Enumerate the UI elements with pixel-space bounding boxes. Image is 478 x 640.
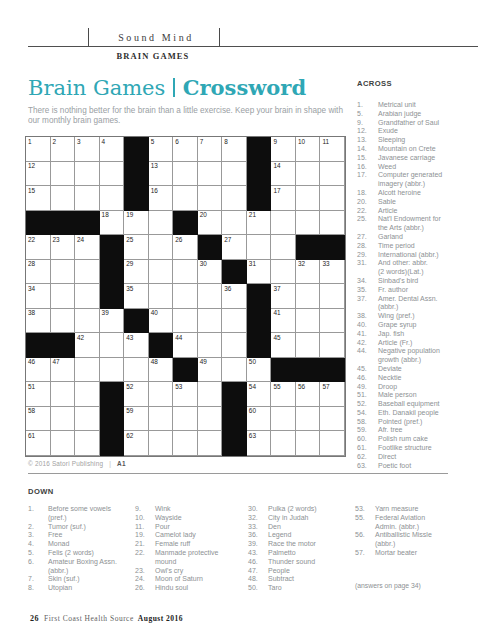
white-cell[interactable]: 34 <box>26 284 51 309</box>
white-cell[interactable]: 30 <box>198 260 223 285</box>
clue-item: 59.Afr. tree <box>357 426 454 435</box>
cell-number: 47 <box>53 359 60 365</box>
white-cell[interactable] <box>222 211 247 236</box>
white-cell[interactable] <box>51 431 76 456</box>
clue-item: 34.Sinbad's bird <box>357 277 454 286</box>
clue-number: 58. <box>357 418 378 427</box>
white-cell[interactable]: 33 <box>320 260 345 285</box>
white-cell[interactable] <box>149 235 174 260</box>
white-cell[interactable] <box>173 284 198 309</box>
white-cell[interactable] <box>149 431 174 456</box>
white-cell[interactable] <box>296 284 321 309</box>
white-cell[interactable]: 31 <box>247 260 272 285</box>
white-cell[interactable] <box>198 186 223 211</box>
across-heading: ACROSS <box>357 79 454 88</box>
clue-item: 39.Race the motor <box>248 540 355 549</box>
clue-number: 1. <box>28 505 48 523</box>
white-cell[interactable]: 45 <box>271 333 296 358</box>
white-cell[interactable] <box>100 358 125 383</box>
white-cell[interactable] <box>198 284 223 309</box>
cell-number: 22 <box>28 237 35 243</box>
white-cell[interactable] <box>198 333 223 358</box>
white-cell[interactable] <box>296 162 321 187</box>
white-cell[interactable]: 27 <box>222 235 247 260</box>
clue-text: Tumor (suf.) <box>48 523 135 532</box>
across-clue-list: 1.Metrical unit5.Arabian judge9.Grandfat… <box>357 101 454 470</box>
white-cell[interactable]: 4 <box>100 137 125 162</box>
white-cell[interactable]: 1 <box>26 137 51 162</box>
cell-number: 45 <box>273 335 280 341</box>
clue-item: 33.Den <box>248 523 355 532</box>
clue-item: 5.Arabian judge <box>357 110 454 119</box>
white-cell[interactable] <box>173 260 198 285</box>
white-cell[interactable] <box>149 284 174 309</box>
clue-item: 40.Grape syrup <box>357 321 454 330</box>
clue-number: 1. <box>357 101 378 110</box>
clue-item: 1.Metrical unit <box>357 101 454 110</box>
white-cell[interactable] <box>51 186 76 211</box>
clue-text: Taro <box>268 584 355 593</box>
white-cell[interactable] <box>198 382 223 407</box>
cell-number: 55 <box>273 384 280 390</box>
white-cell[interactable]: 15 <box>26 186 51 211</box>
clue-text: Metrical unit <box>378 101 454 110</box>
clue-number: 44. <box>357 347 378 365</box>
clue-text: Footlike structure <box>378 444 454 453</box>
black-cell <box>222 407 247 432</box>
clue-number: 56. <box>355 531 375 549</box>
white-cell[interactable]: 22 <box>26 235 51 260</box>
cell-number: 61 <box>28 433 35 439</box>
white-cell[interactable] <box>222 358 247 383</box>
clue-text: City in Judah <box>268 514 355 523</box>
white-cell[interactable]: 36 <box>222 284 247 309</box>
clue-item: 2.Tumor (suf.) <box>28 523 135 532</box>
white-cell[interactable] <box>75 407 100 432</box>
clue-item: 61.Footlike structure <box>357 444 454 453</box>
white-cell[interactable] <box>271 407 296 432</box>
white-cell[interactable]: 12 <box>26 162 51 187</box>
copyright-separator: | <box>109 460 111 467</box>
white-cell[interactable]: 57 <box>320 382 345 407</box>
white-cell[interactable]: 44 <box>173 333 198 358</box>
white-cell[interactable] <box>320 284 345 309</box>
white-cell[interactable] <box>320 333 345 358</box>
white-cell[interactable] <box>320 431 345 456</box>
clue-number: 61. <box>357 444 378 453</box>
clue-number: 4. <box>28 540 48 549</box>
white-cell[interactable] <box>173 407 198 432</box>
white-cell[interactable] <box>198 407 223 432</box>
section-title: Sound Mind <box>114 32 194 43</box>
white-cell[interactable]: 24 <box>75 235 100 260</box>
clue-number: 23. <box>135 567 155 576</box>
clue-text: Computer generated imagery (abbr.) <box>378 171 454 189</box>
white-cell[interactable] <box>173 186 198 211</box>
clue-text: Wink <box>155 505 248 514</box>
white-cell[interactable]: 11 <box>320 137 345 162</box>
cell-number: 53 <box>175 384 182 390</box>
white-cell[interactable] <box>75 382 100 407</box>
white-cell[interactable] <box>100 162 125 187</box>
cell-number: 49 <box>200 359 207 365</box>
clue-number: 45. <box>357 365 378 374</box>
white-cell[interactable]: 35 <box>124 284 149 309</box>
cell-number: 41 <box>273 310 280 316</box>
clue-item: 35.Fr. author <box>357 286 454 295</box>
white-cell[interactable] <box>75 260 100 285</box>
cell-number: 16 <box>151 188 158 194</box>
clue-number: 3. <box>28 531 48 540</box>
cell-number: 1 <box>28 139 32 145</box>
clue-item: 56.Antiballistic Missle (abbr.) <box>355 531 456 549</box>
white-cell[interactable]: 61 <box>26 431 51 456</box>
white-cell[interactable] <box>296 186 321 211</box>
clue-item: 43.Palmetto <box>248 549 355 558</box>
white-cell[interactable] <box>51 407 76 432</box>
clue-number: 49. <box>357 383 378 392</box>
clue-number: 46. <box>357 374 378 383</box>
clue-number: 8. <box>28 584 48 593</box>
white-cell[interactable]: 59 <box>124 407 149 432</box>
clue-number: 9. <box>135 505 155 514</box>
white-cell[interactable]: 40 <box>149 309 174 334</box>
black-cell <box>100 382 125 407</box>
white-cell[interactable] <box>222 333 247 358</box>
clue-text: Utopian <box>48 584 135 593</box>
black-cell <box>247 186 272 211</box>
clue-text: Hindu soul <box>155 584 248 593</box>
white-cell[interactable] <box>51 382 76 407</box>
masthead-horizontal-rule <box>28 46 478 47</box>
white-cell[interactable]: 9 <box>271 137 296 162</box>
white-cell[interactable] <box>149 382 174 407</box>
white-cell[interactable] <box>75 431 100 456</box>
white-cell[interactable]: 54 <box>247 382 272 407</box>
white-cell[interactable] <box>51 284 76 309</box>
crossword-grid[interactable]: 1234567891011121314151617181920212223242… <box>25 136 346 457</box>
clue-text: Poetic foot <box>378 462 454 471</box>
clue-text: Mountain on Crete <box>378 145 454 154</box>
white-cell[interactable] <box>296 333 321 358</box>
white-cell[interactable]: 63 <box>247 431 272 456</box>
white-cell[interactable] <box>271 260 296 285</box>
copyright-text: © 2016 Satori Publishing <box>28 460 103 467</box>
clue-number: 46. <box>248 558 268 567</box>
white-cell[interactable]: 19 <box>124 211 149 236</box>
white-cell[interactable]: 3 <box>75 137 100 162</box>
magazine-page: Sound Mind BRAIN GAMES Brain Games Cross… <box>0 0 478 640</box>
clue-item: 25.Nat'l Endowment for the Arts (abbr.) <box>357 215 454 233</box>
white-cell[interactable]: 46 <box>26 358 51 383</box>
clue-text: Baseball equipment <box>378 400 454 409</box>
white-cell[interactable]: 42 <box>75 333 100 358</box>
white-cell[interactable] <box>173 431 198 456</box>
clue-number: 31. <box>357 259 378 277</box>
clue-item: 46.Necktie <box>357 374 454 383</box>
white-cell[interactable] <box>296 211 321 236</box>
white-cell[interactable] <box>75 309 100 334</box>
black-cell <box>247 137 272 162</box>
clue-item: 49.Droop <box>357 383 454 392</box>
white-cell[interactable]: 51 <box>26 382 51 407</box>
white-cell[interactable]: 43 <box>124 333 149 358</box>
clue-item: 53.Yarn measure <box>355 505 456 514</box>
white-cell[interactable] <box>75 358 100 383</box>
clue-number: 26. <box>135 584 155 593</box>
clue-item: 14.Mountain on Crete <box>357 145 454 154</box>
white-cell[interactable] <box>296 309 321 334</box>
white-cell[interactable] <box>75 162 100 187</box>
clue-number: 15. <box>357 154 378 163</box>
white-cell[interactable] <box>124 358 149 383</box>
clue-item: 58.Pointed (pref.) <box>357 418 454 427</box>
cell-number: 51 <box>28 384 35 390</box>
cell-number: 14 <box>273 163 280 169</box>
white-cell[interactable]: 2 <box>51 137 76 162</box>
white-cell[interactable]: 38 <box>26 309 51 334</box>
clue-text: Before some vowels (pref.) <box>48 505 135 523</box>
clue-item: 20.Sable <box>357 198 454 207</box>
white-cell[interactable]: 50 <box>247 358 272 383</box>
white-cell[interactable]: 23 <box>51 235 76 260</box>
black-cell <box>100 235 125 260</box>
black-cell <box>320 358 345 383</box>
white-cell[interactable] <box>198 162 223 187</box>
white-cell[interactable] <box>222 162 247 187</box>
clue-item: 12.Exude <box>357 127 454 136</box>
clue-number: 20. <box>357 198 378 207</box>
cell-number: 59 <box>126 408 133 414</box>
cell-number: 2 <box>53 139 57 145</box>
clue-number: 5. <box>357 110 378 119</box>
cell-number: 52 <box>126 384 133 390</box>
cell-number: 7 <box>200 139 204 145</box>
white-cell[interactable] <box>51 309 76 334</box>
white-cell[interactable] <box>51 260 76 285</box>
cell-number: 19 <box>126 212 133 218</box>
cell-number: 11 <box>322 139 329 145</box>
white-cell[interactable] <box>149 211 174 236</box>
white-cell[interactable]: 62 <box>124 431 149 456</box>
white-cell[interactable]: 7 <box>198 137 223 162</box>
clue-item: 27.Garland <box>357 233 454 242</box>
cell-number: 50 <box>249 359 256 365</box>
clue-text: Male person <box>378 391 454 400</box>
clue-item: 51.Male person <box>357 391 454 400</box>
clue-item: 46.Thunder sound <box>248 558 355 567</box>
clue-number: 32. <box>248 514 268 523</box>
down-clue-column: 1.Before some vowels (pref.)2.Tumor (suf… <box>28 505 135 593</box>
white-cell[interactable] <box>222 186 247 211</box>
white-cell[interactable]: 29 <box>124 260 149 285</box>
white-cell[interactable] <box>222 309 247 334</box>
cell-number: 12 <box>28 163 35 169</box>
white-cell[interactable]: 17 <box>271 186 296 211</box>
clue-item: 17.Computer generated imagery (abbr.) <box>357 171 454 189</box>
cell-number: 33 <box>322 261 329 267</box>
clue-text: Female ruff <box>155 540 248 549</box>
clue-item: 62.Direct <box>357 453 454 462</box>
clue-item: 28.Time period <box>357 242 454 251</box>
clue-item: 36.Legend <box>248 531 355 540</box>
clue-item: 13.Sleeping <box>357 136 454 145</box>
white-cell[interactable] <box>271 235 296 260</box>
white-cell[interactable]: 5 <box>149 137 174 162</box>
white-cell[interactable] <box>149 407 174 432</box>
black-cell <box>51 333 76 358</box>
cell-number: 36 <box>224 286 231 292</box>
puzzle-id: A1 <box>117 460 126 467</box>
black-cell <box>296 235 321 260</box>
white-cell[interactable]: 55 <box>271 382 296 407</box>
white-cell[interactable]: 58 <box>26 407 51 432</box>
clue-text: Negative population growth (abbr.) <box>378 347 454 365</box>
white-cell[interactable] <box>198 431 223 456</box>
white-cell[interactable]: 13 <box>149 162 174 187</box>
white-cell[interactable]: 37 <box>271 284 296 309</box>
clue-text: Sinbad's bird <box>378 277 454 286</box>
white-cell[interactable] <box>198 309 223 334</box>
clue-item: 47.People <box>248 567 355 576</box>
clue-number: 30. <box>248 505 268 514</box>
section-subtitle: BRAIN GAMES <box>78 51 228 61</box>
clue-number: 7. <box>28 575 48 584</box>
clue-number: 60. <box>357 435 378 444</box>
cell-number: 48 <box>151 359 158 365</box>
white-cell[interactable]: 52 <box>124 382 149 407</box>
clue-text: Nat'l Endowment for the Arts (abbr.) <box>378 215 454 233</box>
white-cell[interactable]: 16 <box>149 186 174 211</box>
white-cell[interactable] <box>75 284 100 309</box>
cell-number: 20 <box>200 212 207 218</box>
white-cell[interactable] <box>320 309 345 334</box>
clue-number: 57. <box>355 549 375 558</box>
page-footer: 26First Coast Health SourceAugust 2016 <box>30 614 183 623</box>
clue-item: 21.Female ruff <box>135 540 248 549</box>
clue-text: Subtract <box>268 575 355 584</box>
clue-number: 22. <box>357 207 378 216</box>
white-cell[interactable] <box>247 235 272 260</box>
clue-number: 40. <box>357 321 378 330</box>
white-cell[interactable]: 6 <box>173 137 198 162</box>
clue-text: Garland <box>378 233 454 242</box>
title-separator-bar <box>173 78 175 97</box>
white-cell[interactable] <box>320 186 345 211</box>
white-cell[interactable] <box>320 211 345 236</box>
white-cell[interactable] <box>100 186 125 211</box>
black-cell <box>247 333 272 358</box>
clue-item: 22.Article <box>357 207 454 216</box>
clue-item: 5.Felis (2 words) <box>28 549 135 558</box>
white-cell[interactable]: 26 <box>173 235 198 260</box>
white-cell[interactable]: 21 <box>247 211 272 236</box>
white-cell[interactable]: 8 <box>222 137 247 162</box>
clue-text: Grape syrup <box>378 321 454 330</box>
white-cell[interactable] <box>320 162 345 187</box>
clue-text: Weed <box>378 163 454 172</box>
clue-text: Amateur Boxing Assn. (abbr.) <box>48 558 135 576</box>
black-cell <box>75 211 100 236</box>
white-cell[interactable]: 53 <box>173 382 198 407</box>
white-cell[interactable]: 39 <box>100 309 125 334</box>
black-cell <box>173 211 198 236</box>
clue-item: 30.Pulka (2 words) <box>248 505 355 514</box>
clue-item: 24.Moon of Saturn <box>135 575 248 584</box>
white-cell[interactable]: 18 <box>100 211 125 236</box>
down-section-rule <box>28 473 448 474</box>
cell-number: 21 <box>249 212 256 218</box>
white-cell[interactable] <box>296 407 321 432</box>
clue-item: 45.Deviate <box>357 365 454 374</box>
clue-item: 32.City in Judah <box>248 514 355 523</box>
clue-text: Pour <box>155 523 248 532</box>
white-cell[interactable] <box>149 260 174 285</box>
clue-text: Monad <box>48 540 135 549</box>
black-cell <box>247 162 272 187</box>
clue-text: Alcott heroine <box>378 189 454 198</box>
cell-number: 56 <box>298 384 305 390</box>
clue-item: 44.Negative population growth (abbr.) <box>357 347 454 365</box>
clue-number: 62. <box>357 453 378 462</box>
white-cell[interactable]: 41 <box>271 309 296 334</box>
clue-number: 12. <box>357 127 378 136</box>
black-cell <box>100 431 125 456</box>
white-cell[interactable]: 49 <box>198 358 223 383</box>
clue-number: 36. <box>248 531 268 540</box>
white-cell[interactable] <box>51 162 76 187</box>
cell-number: 8 <box>224 139 228 145</box>
white-cell[interactable] <box>271 211 296 236</box>
clue-number: 6. <box>28 558 48 576</box>
clue-text: Thunder sound <box>268 558 355 567</box>
white-cell[interactable]: 28 <box>26 260 51 285</box>
clue-item: 42.Article (Fr.) <box>357 339 454 348</box>
white-cell[interactable] <box>75 186 100 211</box>
white-cell[interactable]: 48 <box>149 358 174 383</box>
white-cell[interactable] <box>100 333 125 358</box>
white-cell[interactable]: 32 <box>296 260 321 285</box>
cell-number: 32 <box>298 261 305 267</box>
answers-note: (answers on page 34) <box>355 582 456 591</box>
cell-number: 44 <box>175 335 182 341</box>
black-cell <box>124 186 149 211</box>
clue-text: Antiballistic Missle (abbr.) <box>375 531 456 549</box>
black-cell <box>173 358 198 383</box>
clue-item: 23.Owl's cry <box>135 567 248 576</box>
black-cell <box>271 358 296 383</box>
white-cell[interactable] <box>320 407 345 432</box>
cell-number: 5 <box>151 139 155 145</box>
clue-number: 59. <box>357 426 378 435</box>
black-cell <box>124 137 149 162</box>
white-cell[interactable]: 25 <box>124 235 149 260</box>
white-cell[interactable]: 14 <box>271 162 296 187</box>
white-cell[interactable]: 20 <box>198 211 223 236</box>
black-cell <box>247 284 272 309</box>
cell-number: 46 <box>28 359 35 365</box>
white-cell[interactable] <box>173 162 198 187</box>
white-cell[interactable] <box>173 309 198 334</box>
white-cell[interactable] <box>271 431 296 456</box>
clue-item: 37.Amer. Dental Assn. (abbr.) <box>357 295 454 313</box>
clue-text: Moon of Saturn <box>155 575 248 584</box>
white-cell[interactable]: 10 <box>296 137 321 162</box>
white-cell[interactable]: 56 <box>296 382 321 407</box>
white-cell[interactable] <box>296 431 321 456</box>
white-cell[interactable]: 47 <box>51 358 76 383</box>
white-cell[interactable]: 60 <box>247 407 272 432</box>
